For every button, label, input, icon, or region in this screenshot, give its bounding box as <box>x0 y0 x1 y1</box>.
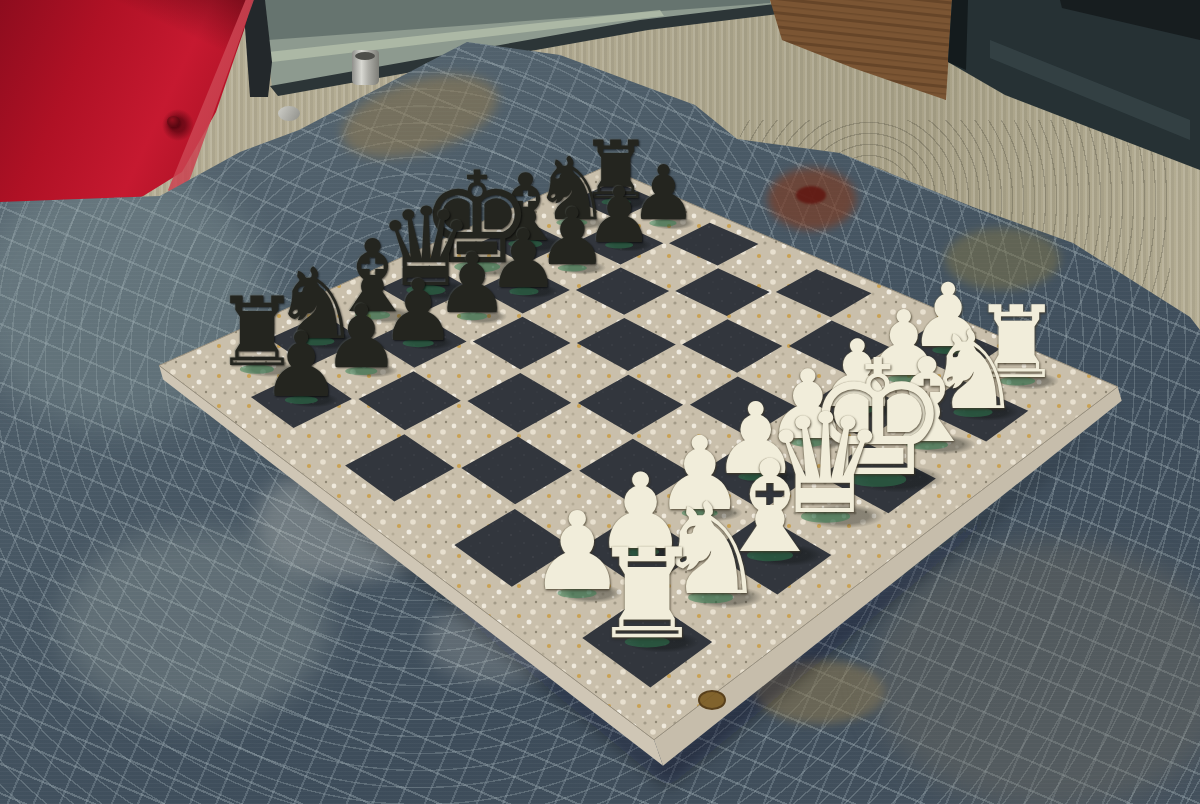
table-patch-rust-core <box>796 186 826 204</box>
table-dust-1 <box>255 465 440 580</box>
photo-scene: ♜♞♝♛♚♝♞♜♟♟♟♟♟♟♟♟♟♟♟♟♟♟♟♟♜♞♝♛♚♝♞♜ <box>0 0 1200 804</box>
piece-black-pawn-a7[interactable]: ♟ <box>261 321 341 411</box>
piece-white-rook-a1[interactable]: ♜ <box>591 533 702 657</box>
metal-cap <box>278 106 300 121</box>
table-patch-gravel-large <box>870 540 1200 804</box>
chair-tuft-button <box>167 116 180 127</box>
metal-cup <box>352 50 379 85</box>
table-patch-gravel <box>755 660 885 724</box>
